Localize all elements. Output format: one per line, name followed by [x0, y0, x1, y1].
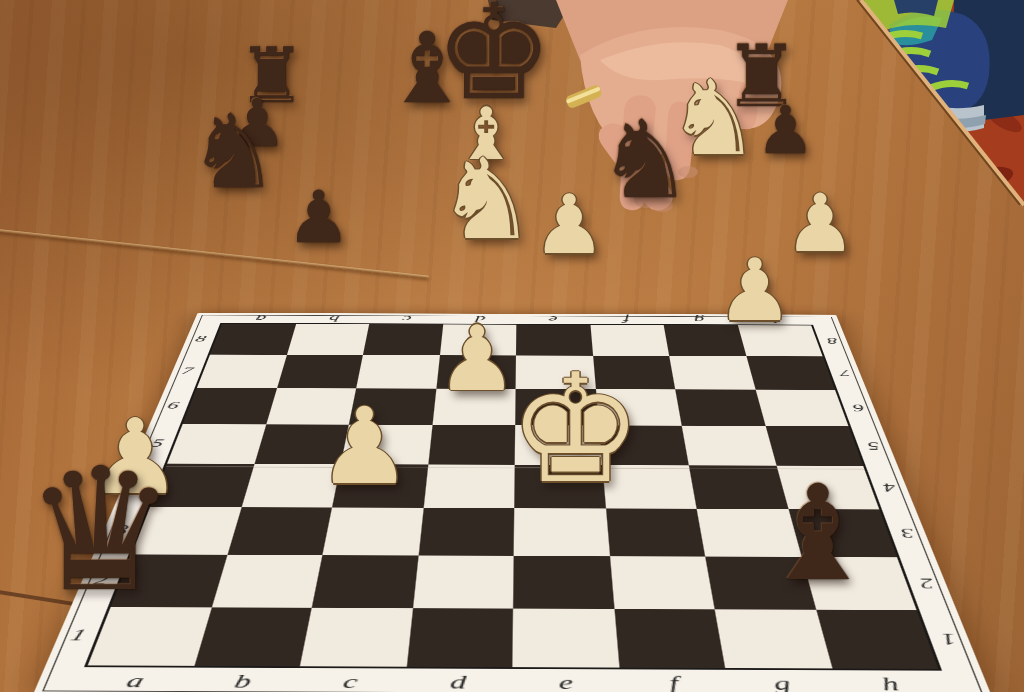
file-label-bottom-e: e — [512, 669, 621, 692]
white-pawn-g5[interactable]: ♟ — [784, 184, 856, 264]
file-labels-bottom: abcdefgh — [76, 667, 949, 692]
square-h1[interactable] — [816, 610, 939, 669]
white-pawn-e5[interactable]: ♟ — [533, 184, 607, 266]
black-pawn-h7[interactable]: ♟ — [756, 98, 815, 164]
file-label-top-b: b — [296, 313, 372, 324]
white-pawn-c2[interactable]: ♟ — [317, 394, 412, 500]
square-d5[interactable] — [428, 425, 515, 465]
square-c3[interactable] — [322, 508, 423, 556]
file-label-bottom-c: c — [294, 668, 406, 692]
square-c7[interactable] — [356, 355, 439, 389]
square-a8[interactable] — [210, 324, 296, 355]
square-h6[interactable] — [755, 390, 848, 427]
white-king-e2[interactable]: ♚ — [508, 354, 642, 504]
square-f2[interactable] — [609, 556, 714, 609]
file-label-bottom-f: f — [619, 669, 731, 692]
square-g7[interactable] — [669, 356, 755, 390]
square-d1[interactable] — [406, 608, 513, 667]
square-f3[interactable] — [605, 508, 705, 556]
square-b7[interactable] — [277, 355, 363, 389]
square-f1[interactable] — [614, 609, 725, 668]
square-a7[interactable] — [197, 355, 287, 389]
black-knight-a6[interactable]: ♞ — [188, 101, 279, 203]
square-b1[interactable] — [194, 607, 312, 666]
file-label-top-e: e — [516, 314, 590, 325]
square-d4[interactable] — [423, 464, 515, 508]
square-h7[interactable] — [746, 356, 835, 390]
square-g6[interactable] — [675, 389, 765, 426]
black-bishop-g1[interactable]: ♝ — [759, 467, 877, 599]
file-label-top-f: f — [589, 314, 664, 325]
square-c2[interactable] — [312, 555, 418, 608]
file-label-bottom-g: g — [725, 670, 839, 692]
file-label-bottom-h: h — [832, 670, 949, 692]
file-label-bottom-a: a — [76, 667, 193, 692]
white-pawn-d3[interactable]: ♟ — [437, 314, 518, 404]
file-label-bottom-b: b — [185, 668, 300, 692]
file-label-top-c: c — [369, 313, 444, 324]
square-g1[interactable] — [715, 609, 832, 668]
square-d2[interactable] — [412, 555, 513, 608]
black-queen-a1[interactable]: ♛ — [24, 444, 176, 614]
black-knight-f6[interactable]: ♞ — [597, 106, 694, 214]
square-e2[interactable] — [513, 556, 614, 609]
square-c8[interactable] — [363, 324, 443, 355]
square-c1[interactable] — [300, 608, 412, 667]
file-label-bottom-d: d — [403, 668, 512, 692]
square-d3[interactable] — [418, 508, 514, 556]
square-a6[interactable] — [183, 388, 277, 424]
black-pawn-b5[interactable]: ♟ — [286, 181, 351, 253]
square-b3[interactable] — [227, 507, 332, 555]
chess-photo-scene: abcdefgh abcdefgh 87654321 87654321 ♜♝♚♜… — [0, 0, 1024, 692]
square-b8[interactable] — [286, 324, 369, 355]
white-pawn-f4[interactable]: ♟ — [716, 248, 793, 334]
square-a5[interactable] — [167, 424, 266, 464]
square-b2[interactable] — [211, 555, 322, 608]
white-knight-d5[interactable]: ♞ — [436, 144, 536, 256]
square-e1[interactable] — [512, 609, 618, 668]
file-label-top-a: a — [222, 313, 299, 324]
